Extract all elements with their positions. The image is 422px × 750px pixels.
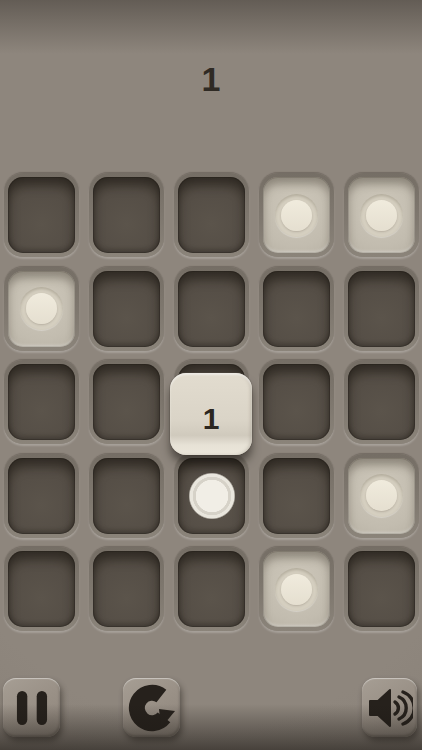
board-tile-r4c2[interactable] — [89, 454, 164, 538]
board-tile-r5c2[interactable] — [89, 547, 164, 631]
sound-button[interactable] — [362, 678, 417, 737]
tile-well — [93, 177, 160, 253]
tile-well — [93, 364, 160, 440]
top-vignette — [0, 0, 422, 54]
tile-well — [8, 177, 75, 253]
board-tile-r1c5[interactable] — [344, 173, 419, 257]
board-tile-r1c4[interactable] — [259, 173, 334, 257]
board-tile-r4c1[interactable] — [4, 454, 79, 538]
raised-tile-number: 1 — [203, 395, 220, 434]
raised-number-tile[interactable]: 1 — [170, 373, 252, 455]
tile-well — [178, 458, 245, 534]
tile-well — [263, 271, 330, 347]
board-tile-r1c1[interactable] — [4, 173, 79, 257]
speaker-on-icon — [367, 687, 413, 729]
tile-well — [93, 551, 160, 627]
target-dot — [275, 568, 318, 611]
board-tile-r1c3[interactable] — [174, 173, 249, 257]
restart-button[interactable] — [123, 678, 180, 737]
game-screen: 1 1 — [0, 0, 422, 750]
tile-well — [8, 551, 75, 627]
target-dot — [275, 194, 318, 237]
board-tile-r2c1[interactable] — [4, 267, 79, 351]
board-tile-r5c4[interactable] — [259, 547, 334, 631]
tile-well — [178, 271, 245, 347]
board-tile-r4c5[interactable] — [344, 454, 419, 538]
board-tile-r3c5[interactable] — [344, 360, 419, 444]
board-tile-r2c5[interactable] — [344, 267, 419, 351]
board-tile-r5c3[interactable] — [174, 547, 249, 631]
bottom-vignette — [0, 704, 422, 750]
board-tile-r5c1[interactable] — [4, 547, 79, 631]
tile-well — [348, 458, 415, 534]
piece-dot — [188, 472, 236, 520]
board-tile-r3c4[interactable] — [259, 360, 334, 444]
tile-well — [178, 177, 245, 253]
tile-well — [93, 271, 160, 347]
tile-well — [178, 551, 245, 627]
tile-well — [8, 458, 75, 534]
tile-well — [8, 271, 75, 347]
pause-icon — [16, 690, 48, 726]
tile-well — [93, 458, 160, 534]
tile-well — [263, 458, 330, 534]
tile-well — [348, 271, 415, 347]
tile-well — [348, 551, 415, 627]
board-tile-r3c1[interactable] — [4, 360, 79, 444]
board-tile-r1c2[interactable] — [89, 173, 164, 257]
tile-well — [348, 177, 415, 253]
tile-well — [263, 177, 330, 253]
moves-counter: 1 — [0, 62, 422, 96]
tile-well — [8, 364, 75, 440]
pause-button[interactable] — [3, 678, 60, 737]
board-tile-r3c2[interactable] — [89, 360, 164, 444]
target-dot — [360, 474, 403, 517]
tile-well — [348, 364, 415, 440]
board-tile-r2c2[interactable] — [89, 267, 164, 351]
board-tile-r5c5[interactable] — [344, 547, 419, 631]
board-tile-r2c4[interactable] — [259, 267, 334, 351]
tile-well — [263, 551, 330, 627]
board-tile-r4c4[interactable] — [259, 454, 334, 538]
target-dot — [360, 194, 403, 237]
board-tile-r2c3[interactable] — [174, 267, 249, 351]
restart-icon — [128, 684, 176, 732]
tile-well — [263, 364, 330, 440]
board-tile-r4c3[interactable] — [174, 454, 249, 538]
target-dot — [20, 287, 63, 330]
